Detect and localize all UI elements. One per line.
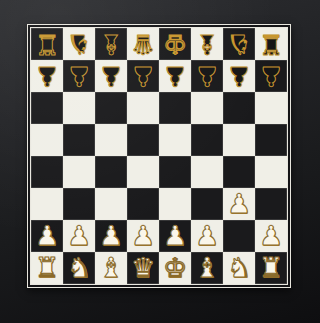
square-f4[interactable] — [191, 156, 223, 188]
piece-white-pawn: ♟ — [163, 220, 187, 252]
chess-board: ♜♞♝♛♚♝♞♜♟♟♟♟♟♟♟♟♟♟♟♟♟♟♟♟♜♞♝♛♚♝♞♜ — [31, 28, 287, 284]
piece-black-bishop: ♝ — [99, 28, 123, 60]
square-c1[interactable]: ♝ — [95, 252, 127, 284]
chess-board-frame: ♜♞♝♛♚♝♞♜♟♟♟♟♟♟♟♟♟♟♟♟♟♟♟♟♜♞♝♛♚♝♞♜ — [27, 24, 291, 288]
square-d5[interactable] — [127, 124, 159, 156]
piece-white-pawn: ♟ — [67, 220, 91, 252]
piece-black-knight: ♞ — [227, 28, 251, 60]
piece-white-king: ♚ — [163, 252, 187, 284]
piece-black-pawn: ♟ — [259, 60, 283, 92]
square-a4[interactable] — [31, 156, 63, 188]
piece-white-pawn: ♟ — [99, 220, 123, 252]
square-b6[interactable] — [63, 92, 95, 124]
piece-white-pawn: ♟ — [195, 220, 219, 252]
piece-white-knight: ♞ — [67, 252, 91, 284]
square-d1[interactable]: ♛ — [127, 252, 159, 284]
square-e7[interactable]: ♟ — [159, 60, 191, 92]
square-c5[interactable] — [95, 124, 127, 156]
chess-board-inner-frame: ♜♞♝♛♚♝♞♜♟♟♟♟♟♟♟♟♟♟♟♟♟♟♟♟♜♞♝♛♚♝♞♜ — [30, 27, 288, 285]
square-b8[interactable]: ♞ — [63, 28, 95, 60]
square-e5[interactable] — [159, 124, 191, 156]
piece-black-king: ♚ — [163, 28, 187, 60]
piece-white-pawn: ♟ — [227, 188, 251, 220]
square-d3[interactable] — [127, 188, 159, 220]
square-c3[interactable] — [95, 188, 127, 220]
square-d6[interactable] — [127, 92, 159, 124]
piece-black-pawn: ♟ — [35, 60, 59, 92]
square-d7[interactable]: ♟ — [127, 60, 159, 92]
square-h6[interactable] — [255, 92, 287, 124]
piece-white-pawn: ♟ — [131, 220, 155, 252]
piece-black-pawn: ♟ — [131, 60, 155, 92]
piece-black-pawn: ♟ — [67, 60, 91, 92]
square-h1[interactable]: ♜ — [255, 252, 287, 284]
square-c7[interactable]: ♟ — [95, 60, 127, 92]
square-c4[interactable] — [95, 156, 127, 188]
board-photo: ♜♞♝♛♚♝♞♜♟♟♟♟♟♟♟♟♟♟♟♟♟♟♟♟♜♞♝♛♚♝♞♜ — [0, 0, 320, 323]
square-b3[interactable] — [63, 188, 95, 220]
square-c2[interactable]: ♟ — [95, 220, 127, 252]
piece-white-rook: ♜ — [259, 252, 283, 284]
square-g6[interactable] — [223, 92, 255, 124]
square-g5[interactable] — [223, 124, 255, 156]
piece-white-bishop: ♝ — [99, 252, 123, 284]
piece-black-knight: ♞ — [67, 28, 91, 60]
piece-white-queen: ♛ — [131, 252, 155, 284]
square-a8[interactable]: ♜ — [31, 28, 63, 60]
square-g8[interactable]: ♞ — [223, 28, 255, 60]
square-e3[interactable] — [159, 188, 191, 220]
square-g3[interactable]: ♟ — [223, 188, 255, 220]
square-b2[interactable]: ♟ — [63, 220, 95, 252]
piece-white-pawn: ♟ — [259, 220, 283, 252]
square-f1[interactable]: ♝ — [191, 252, 223, 284]
square-d2[interactable]: ♟ — [127, 220, 159, 252]
square-e1[interactable]: ♚ — [159, 252, 191, 284]
square-b1[interactable]: ♞ — [63, 252, 95, 284]
square-h2[interactable]: ♟ — [255, 220, 287, 252]
piece-white-bishop: ♝ — [195, 252, 219, 284]
square-g2[interactable] — [223, 220, 255, 252]
square-f5[interactable] — [191, 124, 223, 156]
square-h7[interactable]: ♟ — [255, 60, 287, 92]
piece-black-pawn: ♟ — [163, 60, 187, 92]
square-d8[interactable]: ♛ — [127, 28, 159, 60]
square-a2[interactable]: ♟ — [31, 220, 63, 252]
square-a7[interactable]: ♟ — [31, 60, 63, 92]
square-g4[interactable] — [223, 156, 255, 188]
square-b7[interactable]: ♟ — [63, 60, 95, 92]
square-f2[interactable]: ♟ — [191, 220, 223, 252]
square-f7[interactable]: ♟ — [191, 60, 223, 92]
square-a1[interactable]: ♜ — [31, 252, 63, 284]
piece-white-rook: ♜ — [35, 252, 59, 284]
square-a6[interactable] — [31, 92, 63, 124]
square-e8[interactable]: ♚ — [159, 28, 191, 60]
square-a3[interactable] — [31, 188, 63, 220]
square-a5[interactable] — [31, 124, 63, 156]
square-d4[interactable] — [127, 156, 159, 188]
piece-black-bishop: ♝ — [195, 28, 219, 60]
square-c8[interactable]: ♝ — [95, 28, 127, 60]
piece-black-rook: ♜ — [259, 28, 283, 60]
square-g1[interactable]: ♞ — [223, 252, 255, 284]
square-h8[interactable]: ♜ — [255, 28, 287, 60]
square-e4[interactable] — [159, 156, 191, 188]
square-g7[interactable]: ♟ — [223, 60, 255, 92]
square-b5[interactable] — [63, 124, 95, 156]
square-c6[interactable] — [95, 92, 127, 124]
piece-black-pawn: ♟ — [99, 60, 123, 92]
piece-white-knight: ♞ — [227, 252, 251, 284]
square-h5[interactable] — [255, 124, 287, 156]
square-f3[interactable] — [191, 188, 223, 220]
piece-white-pawn: ♟ — [35, 220, 59, 252]
square-f8[interactable]: ♝ — [191, 28, 223, 60]
square-b4[interactable] — [63, 156, 95, 188]
piece-black-pawn: ♟ — [227, 60, 251, 92]
piece-black-rook: ♜ — [35, 28, 59, 60]
square-h3[interactable] — [255, 188, 287, 220]
piece-black-queen: ♛ — [131, 28, 155, 60]
square-e6[interactable] — [159, 92, 191, 124]
square-h4[interactable] — [255, 156, 287, 188]
piece-black-pawn: ♟ — [195, 60, 219, 92]
square-e2[interactable]: ♟ — [159, 220, 191, 252]
square-f6[interactable] — [191, 92, 223, 124]
